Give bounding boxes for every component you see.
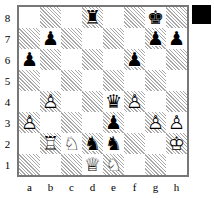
square-a4[interactable] (19, 91, 40, 112)
square-f8[interactable] (124, 7, 145, 28)
file-label-e: e (103, 179, 124, 194)
square-d1[interactable]: ♛♕ (82, 154, 103, 175)
black-knight-e2: ♞ (103, 133, 124, 154)
black-knight-d2: ♞ (82, 133, 103, 154)
square-a3[interactable]: ♟♙ (19, 112, 40, 133)
square-h3[interactable]: ♟♙ (166, 112, 187, 133)
file-labels: abcdefgh (19, 179, 187, 194)
square-f4[interactable]: ♟♙ (124, 91, 145, 112)
square-e6[interactable] (103, 49, 124, 70)
file-label-d: d (82, 179, 103, 194)
file-label-g: g (145, 179, 166, 194)
square-h1[interactable] (166, 154, 187, 175)
white-rook-b2: ♜♖ (40, 133, 61, 154)
square-f6[interactable]: ♟ (124, 49, 145, 70)
square-e2[interactable]: ♞ (103, 133, 124, 154)
square-d6[interactable] (82, 49, 103, 70)
rank-label-4: 4 (0, 91, 15, 112)
rank-label-5: 5 (0, 70, 15, 91)
rank-label-3: 3 (0, 112, 15, 133)
square-e4[interactable]: ♛ (103, 91, 124, 112)
file-label-c: c (61, 179, 82, 194)
square-b7[interactable]: ♟ (40, 28, 61, 49)
square-c7[interactable] (61, 28, 82, 49)
white-pawn-g3: ♟♙ (145, 112, 166, 133)
rank-labels: 87654321 (0, 7, 15, 175)
square-c3[interactable] (61, 112, 82, 133)
rank-label-7: 7 (0, 28, 15, 49)
square-a1[interactable] (19, 154, 40, 175)
black-queen-e4: ♛ (103, 91, 124, 112)
square-a7[interactable] (19, 28, 40, 49)
square-a8[interactable] (19, 7, 40, 28)
black-king-g8: ♚ (145, 7, 166, 28)
square-g1[interactable] (145, 154, 166, 175)
rank-label-6: 6 (0, 49, 15, 70)
white-pawn-b4: ♟♙ (40, 91, 61, 112)
square-e5[interactable] (103, 70, 124, 91)
white-knight-e1: ♞♘ (103, 154, 124, 175)
white-king-h2: ♚♔ (166, 133, 187, 154)
square-b8[interactable] (40, 7, 61, 28)
square-c4[interactable] (61, 91, 82, 112)
white-pawn-f4: ♟♙ (124, 91, 145, 112)
white-queen-d1: ♛♕ (82, 154, 103, 175)
square-d8[interactable]: ♜ (82, 7, 103, 28)
file-label-h: h (166, 179, 187, 194)
square-e1[interactable]: ♞♘ (103, 154, 124, 175)
square-f3[interactable] (124, 112, 145, 133)
square-g5[interactable] (145, 70, 166, 91)
square-e8[interactable] (103, 7, 124, 28)
square-f5[interactable] (124, 70, 145, 91)
square-d3[interactable] (82, 112, 103, 133)
square-b3[interactable] (40, 112, 61, 133)
rank-label-2: 2 (0, 133, 15, 154)
square-e3[interactable]: ♟ (103, 112, 124, 133)
square-c2[interactable]: ♞♘ (61, 133, 82, 154)
square-a6[interactable]: ♟ (19, 49, 40, 70)
square-b6[interactable] (40, 49, 61, 70)
black-pawn-b7: ♟ (40, 28, 61, 49)
square-d2[interactable]: ♞ (82, 133, 103, 154)
square-b5[interactable] (40, 70, 61, 91)
square-g8[interactable]: ♚ (145, 7, 166, 28)
square-h5[interactable] (166, 70, 187, 91)
square-c5[interactable] (61, 70, 82, 91)
square-h6[interactable] (166, 49, 187, 70)
chess-board: ♜♚♟♟♟♟♟♟♙♛♟♙♟♙♟♟♙♟♙♜♖♞♘♞♞♚♔♛♕♞♘ (17, 5, 189, 177)
square-d4[interactable] (82, 91, 103, 112)
square-e7[interactable] (103, 28, 124, 49)
square-c6[interactable] (61, 49, 82, 70)
square-d5[interactable] (82, 70, 103, 91)
square-b1[interactable] (40, 154, 61, 175)
chess-diagram: 87654321 ♜♚♟♟♟♟♟♟♙♛♟♙♟♙♟♟♙♟♙♜♖♞♘♞♞♚♔♛♕♞♘… (0, 0, 214, 198)
white-pawn-a3: ♟♙ (19, 112, 40, 133)
rank-label-1: 1 (0, 154, 15, 175)
square-c1[interactable] (61, 154, 82, 175)
square-h4[interactable] (166, 91, 187, 112)
black-pawn-g7: ♟ (145, 28, 166, 49)
square-g2[interactable] (145, 133, 166, 154)
square-b4[interactable]: ♟♙ (40, 91, 61, 112)
white-pawn-h3: ♟♙ (166, 112, 187, 133)
square-h7[interactable]: ♟ (166, 28, 187, 49)
black-pawn-a6: ♟ (19, 49, 40, 70)
square-d7[interactable] (82, 28, 103, 49)
black-to-move-indicator (192, 5, 211, 24)
file-label-a: a (19, 179, 40, 194)
black-pawn-h7: ♟ (166, 28, 187, 49)
square-a5[interactable] (19, 70, 40, 91)
square-f2[interactable] (124, 133, 145, 154)
square-g3[interactable]: ♟♙ (145, 112, 166, 133)
square-g7[interactable]: ♟ (145, 28, 166, 49)
file-label-f: f (124, 179, 145, 194)
square-g4[interactable] (145, 91, 166, 112)
black-rook-d8: ♜ (82, 7, 103, 28)
square-a2[interactable] (19, 133, 40, 154)
square-c8[interactable] (61, 7, 82, 28)
square-h2[interactable]: ♚♔ (166, 133, 187, 154)
file-label-b: b (40, 179, 61, 194)
square-b2[interactable]: ♜♖ (40, 133, 61, 154)
black-pawn-e3: ♟ (103, 112, 124, 133)
square-f1[interactable] (124, 154, 145, 175)
square-h8[interactable] (166, 7, 187, 28)
rank-label-8: 8 (0, 7, 15, 28)
square-f7[interactable] (124, 28, 145, 49)
black-pawn-f6: ♟ (124, 49, 145, 70)
square-g6[interactable] (145, 49, 166, 70)
white-knight-c2: ♞♘ (61, 133, 82, 154)
